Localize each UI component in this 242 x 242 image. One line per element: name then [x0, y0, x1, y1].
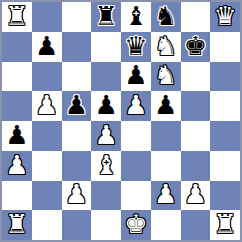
square-c5[interactable]: ♟ [62, 91, 92, 121]
square-c4[interactable] [62, 121, 92, 151]
square-f4[interactable] [151, 121, 181, 151]
square-g7[interactable]: ♚ [181, 32, 211, 62]
square-e6[interactable]: ♟ [121, 62, 151, 92]
square-g2[interactable]: ♟ [181, 181, 211, 211]
square-f7[interactable]: ♞ [151, 32, 181, 62]
chess-board: ♜♜♝♞♛♟♛♞♚♟♞♟♟♟♟♟♟♟♟♝♟♟♟♜♚♜ [0, 0, 242, 242]
square-a1[interactable]: ♜ [2, 210, 32, 240]
square-d5[interactable]: ♟ [91, 91, 121, 121]
square-h4[interactable] [210, 121, 240, 151]
white-knight[interactable]: ♞ [154, 33, 177, 59]
square-e1[interactable]: ♚ [121, 210, 151, 240]
square-h2[interactable] [210, 181, 240, 211]
square-e5[interactable]: ♟ [121, 91, 151, 121]
white-pawn[interactable]: ♟ [5, 152, 28, 178]
square-g3[interactable] [181, 151, 211, 181]
square-a3[interactable]: ♟ [2, 151, 32, 181]
square-g5[interactable] [181, 91, 211, 121]
square-c1[interactable] [62, 210, 92, 240]
white-knight[interactable]: ♞ [154, 62, 177, 88]
square-h1[interactable]: ♜ [210, 210, 240, 240]
black-pawn[interactable]: ♟ [65, 92, 88, 118]
square-e2[interactable] [121, 181, 151, 211]
square-h3[interactable] [210, 151, 240, 181]
square-a8[interactable]: ♜ [2, 2, 32, 32]
white-pawn[interactable]: ♟ [154, 181, 177, 207]
square-f8[interactable]: ♞ [151, 2, 181, 32]
square-d1[interactable] [91, 210, 121, 240]
square-h7[interactable] [210, 32, 240, 62]
square-a7[interactable] [2, 32, 32, 62]
square-e7[interactable]: ♛ [121, 32, 151, 62]
white-queen[interactable]: ♛ [213, 3, 236, 29]
black-king[interactable]: ♚ [184, 33, 207, 59]
white-rook[interactable]: ♜ [213, 211, 236, 237]
square-h8[interactable]: ♛ [210, 2, 240, 32]
square-g6[interactable] [181, 62, 211, 92]
black-rook[interactable]: ♜ [94, 3, 117, 29]
white-rook[interactable]: ♜ [5, 3, 28, 29]
square-c6[interactable] [62, 62, 92, 92]
square-b6[interactable] [32, 62, 62, 92]
square-b1[interactable] [32, 210, 62, 240]
square-a6[interactable] [2, 62, 32, 92]
square-f5[interactable]: ♟ [151, 91, 181, 121]
white-king[interactable]: ♚ [124, 211, 147, 237]
square-d2[interactable] [91, 181, 121, 211]
white-pawn[interactable]: ♟ [35, 92, 58, 118]
white-pawn[interactable]: ♟ [94, 122, 117, 148]
square-g4[interactable] [181, 121, 211, 151]
square-f1[interactable] [151, 210, 181, 240]
black-pawn[interactable]: ♟ [124, 62, 147, 88]
square-f6[interactable]: ♞ [151, 62, 181, 92]
black-queen[interactable]: ♛ [124, 33, 147, 59]
square-h6[interactable] [210, 62, 240, 92]
black-pawn[interactable]: ♟ [35, 33, 58, 59]
square-b5[interactable]: ♟ [32, 91, 62, 121]
square-g8[interactable] [181, 2, 211, 32]
square-b3[interactable] [32, 151, 62, 181]
square-b4[interactable] [32, 121, 62, 151]
square-f2[interactable]: ♟ [151, 181, 181, 211]
white-pawn[interactable]: ♟ [124, 92, 147, 118]
black-bishop[interactable]: ♝ [124, 3, 147, 29]
white-rook[interactable]: ♜ [5, 211, 28, 237]
white-pawn[interactable]: ♟ [65, 181, 88, 207]
black-pawn[interactable]: ♟ [94, 92, 117, 118]
square-a5[interactable] [2, 91, 32, 121]
square-h5[interactable] [210, 91, 240, 121]
black-knight[interactable]: ♞ [154, 3, 177, 29]
square-c2[interactable]: ♟ [62, 181, 92, 211]
square-c7[interactable] [62, 32, 92, 62]
square-g1[interactable] [181, 210, 211, 240]
square-d7[interactable] [91, 32, 121, 62]
black-pawn[interactable]: ♟ [154, 92, 177, 118]
square-b2[interactable] [32, 181, 62, 211]
square-b8[interactable] [32, 2, 62, 32]
square-e3[interactable] [121, 151, 151, 181]
square-d8[interactable]: ♜ [91, 2, 121, 32]
square-c3[interactable] [62, 151, 92, 181]
square-e8[interactable]: ♝ [121, 2, 151, 32]
square-f3[interactable] [151, 151, 181, 181]
square-c8[interactable] [62, 2, 92, 32]
square-a2[interactable] [2, 181, 32, 211]
square-d6[interactable] [91, 62, 121, 92]
white-bishop[interactable]: ♝ [94, 152, 117, 178]
square-d4[interactable]: ♟ [91, 121, 121, 151]
square-e4[interactable] [121, 121, 151, 151]
white-pawn[interactable]: ♟ [184, 181, 207, 207]
square-b7[interactable]: ♟ [32, 32, 62, 62]
square-a4[interactable]: ♟ [2, 121, 32, 151]
black-pawn[interactable]: ♟ [5, 122, 28, 148]
square-d3[interactable]: ♝ [91, 151, 121, 181]
